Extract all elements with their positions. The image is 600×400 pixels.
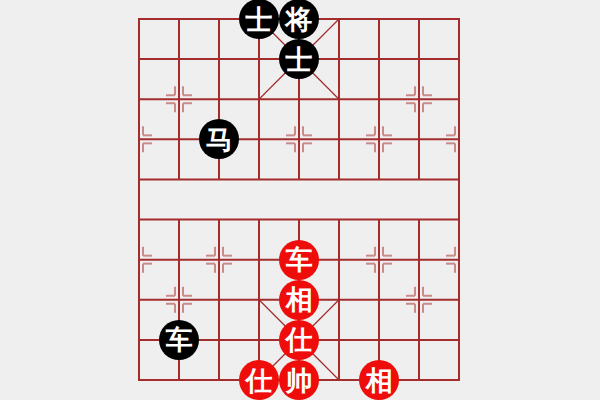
piece-red-general[interactable]: 帅: [279, 360, 319, 400]
piece-black-advisor-2[interactable]: 士: [279, 39, 319, 79]
piece-black-advisor-1[interactable]: 士: [239, 0, 279, 39]
piece-red-chariot[interactable]: 车: [279, 240, 319, 280]
pieces-layer: 士将士马车车相仕仕帅相: [0, 0, 600, 400]
xiangqi-app: 士将士马车车相仕仕帅相: [0, 0, 600, 400]
piece-red-advisor-1[interactable]: 仕: [279, 320, 319, 360]
piece-black-horse[interactable]: 马: [199, 119, 239, 159]
piece-red-elephant-2[interactable]: 相: [359, 360, 399, 400]
piece-red-elephant-1[interactable]: 相: [279, 280, 319, 320]
piece-red-advisor-2[interactable]: 仕: [239, 360, 279, 400]
piece-black-general[interactable]: 将: [279, 0, 319, 39]
piece-black-chariot[interactable]: 车: [159, 320, 199, 360]
